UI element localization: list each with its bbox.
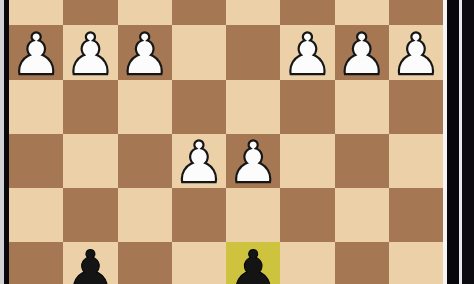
square-d4[interactable]: ♟ bbox=[226, 134, 280, 188]
square-g6[interactable]: ♟ bbox=[63, 242, 117, 284]
square-f3[interactable] bbox=[118, 80, 172, 134]
square-h3[interactable] bbox=[9, 80, 63, 134]
square-e1[interactable] bbox=[172, 0, 226, 25]
square-d2[interactable] bbox=[226, 25, 280, 79]
white-pawn[interactable]: ♟ bbox=[173, 134, 224, 191]
square-g5[interactable] bbox=[63, 188, 117, 242]
square-b3[interactable] bbox=[335, 80, 389, 134]
white-pawn[interactable]: ♟ bbox=[65, 26, 116, 83]
square-h6[interactable] bbox=[9, 242, 63, 284]
square-a4[interactable] bbox=[389, 134, 443, 188]
square-f4[interactable] bbox=[118, 134, 172, 188]
square-a3[interactable] bbox=[389, 80, 443, 134]
chess-board: ♟♟♟♟♟♟♟♟♟♟♟♟♟♟♟♟ bbox=[9, 0, 443, 284]
square-h4[interactable] bbox=[9, 134, 63, 188]
square-e5[interactable] bbox=[172, 188, 226, 242]
square-e4[interactable]: ♟ bbox=[172, 134, 226, 188]
square-f5[interactable] bbox=[118, 188, 172, 242]
square-e3[interactable] bbox=[172, 80, 226, 134]
black-pawn[interactable]: ♟ bbox=[228, 243, 279, 284]
square-c3[interactable] bbox=[280, 80, 334, 134]
square-g4[interactable] bbox=[63, 134, 117, 188]
square-c2[interactable]: ♟ bbox=[280, 25, 334, 79]
square-e2[interactable] bbox=[172, 25, 226, 79]
square-h5[interactable] bbox=[9, 188, 63, 242]
square-c5[interactable] bbox=[280, 188, 334, 242]
square-b2[interactable]: ♟ bbox=[335, 25, 389, 79]
square-d5[interactable] bbox=[226, 188, 280, 242]
square-a6[interactable] bbox=[389, 242, 443, 284]
square-d3[interactable] bbox=[226, 80, 280, 134]
square-d1[interactable] bbox=[226, 0, 280, 25]
square-e6[interactable] bbox=[172, 242, 226, 284]
square-b4[interactable] bbox=[335, 134, 389, 188]
white-pawn[interactable]: ♟ bbox=[11, 26, 62, 83]
white-pawn[interactable]: ♟ bbox=[282, 26, 333, 83]
white-pawn[interactable]: ♟ bbox=[228, 134, 279, 191]
square-b5[interactable] bbox=[335, 188, 389, 242]
square-a2[interactable]: ♟ bbox=[389, 25, 443, 79]
square-d6[interactable]: ♟ bbox=[226, 242, 280, 284]
white-pawn[interactable]: ♟ bbox=[390, 26, 441, 83]
square-g2[interactable]: ♟ bbox=[63, 25, 117, 79]
chess-app-screenshot: ♟♟♟♟♟♟♟♟♟♟♟♟♟♟♟♟ bbox=[0, 0, 474, 284]
square-a5[interactable] bbox=[389, 188, 443, 242]
square-f2[interactable]: ♟ bbox=[118, 25, 172, 79]
white-pawn[interactable]: ♟ bbox=[336, 26, 387, 83]
letterbox-right-strip bbox=[462, 0, 474, 284]
square-f6[interactable] bbox=[118, 242, 172, 284]
square-c6[interactable] bbox=[280, 242, 334, 284]
black-pawn[interactable]: ♟ bbox=[65, 243, 116, 284]
phone-bezel-right bbox=[447, 0, 459, 284]
square-c4[interactable] bbox=[280, 134, 334, 188]
square-h2[interactable]: ♟ bbox=[9, 25, 63, 79]
square-g3[interactable] bbox=[63, 80, 117, 134]
square-b6[interactable] bbox=[335, 242, 389, 284]
white-pawn[interactable]: ♟ bbox=[119, 26, 170, 83]
